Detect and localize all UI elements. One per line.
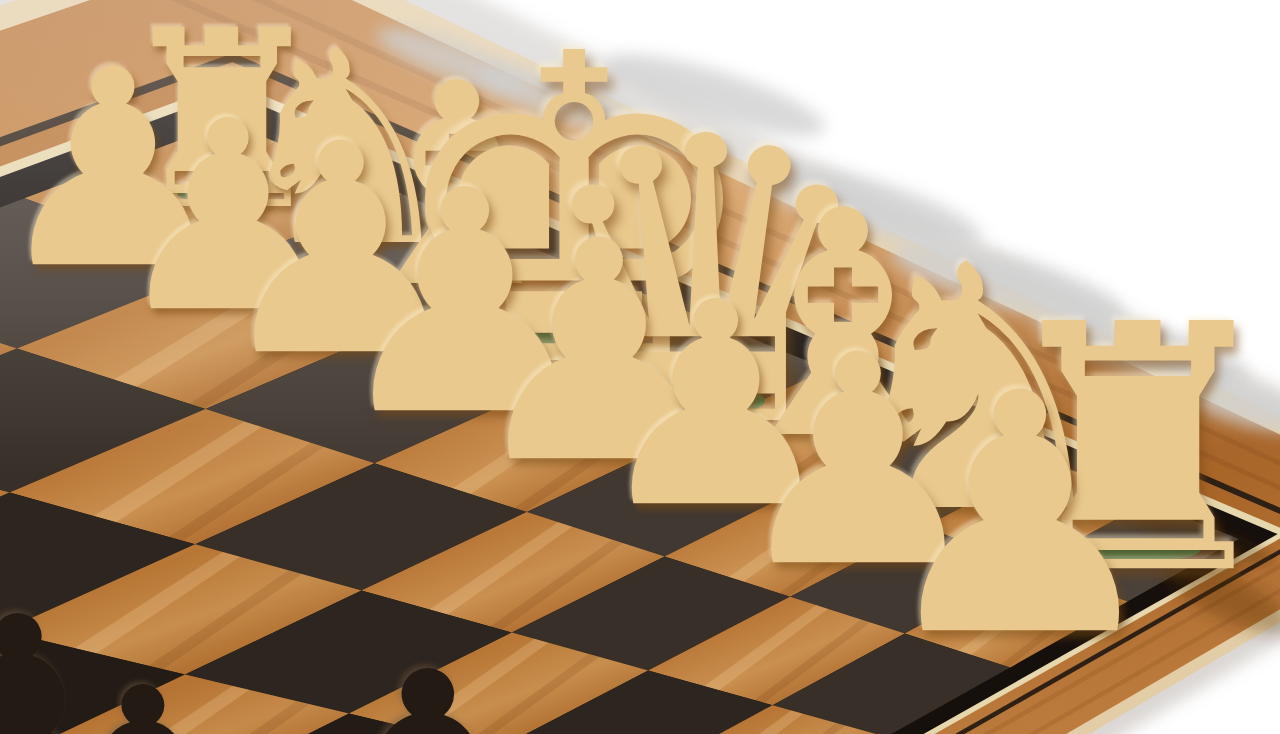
pieces-layer: ♜♞♝♚♛♝♞♜♟♟♟♟♟♟♟♟♟♟♟	[0, 0, 1280, 734]
piece-black-pawn-e7-partial[interactable]: ♟	[22, 653, 264, 734]
piece-white-pawn-a2[interactable]: ♟	[872, 350, 1169, 681]
piece-black-pawn-d7-partial[interactable]: ♟	[280, 630, 576, 734]
chess-set-photo: ♜♞♝♚♛♝♞♜♟♟♟♟♟♟♟♟♟♟♟	[0, 0, 1280, 734]
